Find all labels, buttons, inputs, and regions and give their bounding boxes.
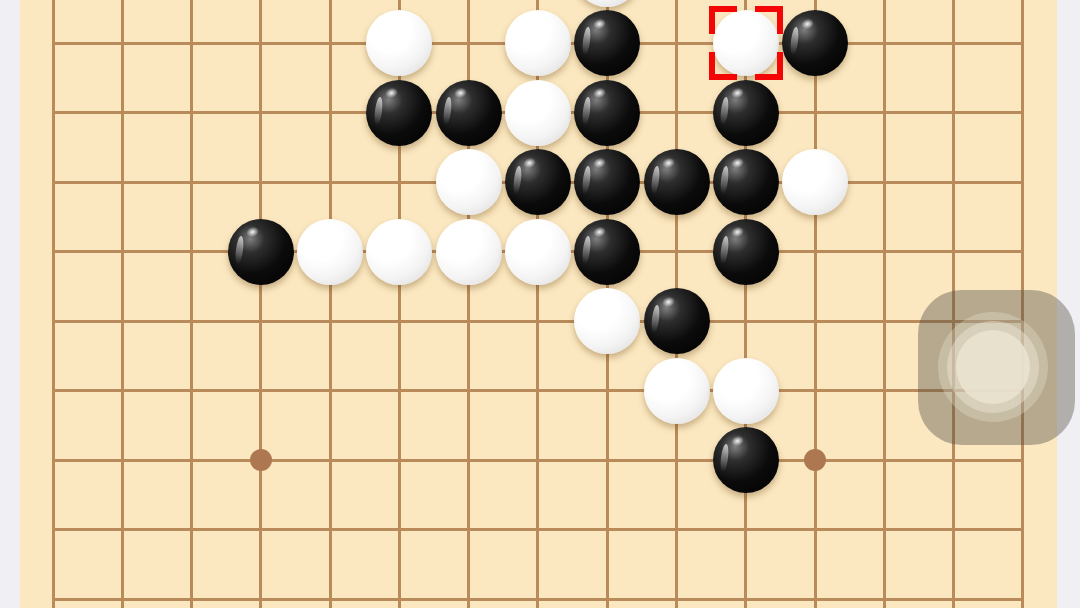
grid-line-horizontal (52, 389, 1025, 392)
black-stone (574, 219, 640, 285)
star-point (250, 449, 272, 471)
white-stone (366, 219, 432, 285)
black-stone (644, 149, 710, 215)
black-stone (436, 80, 502, 146)
grid-line-horizontal (52, 598, 1025, 601)
black-stone (574, 10, 640, 76)
white-stone (782, 149, 848, 215)
black-stone (228, 219, 294, 285)
white-stone (505, 10, 571, 76)
marker-corner-icon (755, 52, 783, 80)
black-stone (713, 149, 779, 215)
white-stone (574, 288, 640, 354)
grid-line-vertical (883, 0, 886, 608)
grid-line-horizontal (52, 459, 1025, 462)
white-stone (366, 10, 432, 76)
white-stone (505, 219, 571, 285)
grid-line-vertical (814, 0, 817, 608)
grid-line-horizontal (52, 320, 1025, 323)
white-stone (436, 219, 502, 285)
magnifier-control[interactable] (918, 290, 1075, 445)
white-stone (713, 358, 779, 424)
side-margin-left (0, 0, 20, 608)
marker-corner-icon (709, 6, 737, 34)
black-stone (713, 80, 779, 146)
black-stone (505, 149, 571, 215)
grid-line-horizontal (52, 528, 1025, 531)
black-stone (574, 80, 640, 146)
game-screen (0, 0, 1080, 608)
black-stone (713, 427, 779, 493)
black-stone (574, 149, 640, 215)
white-stone (505, 80, 571, 146)
grid-line-vertical (190, 0, 193, 608)
last-move-marker (709, 6, 783, 80)
black-stone (782, 10, 848, 76)
grid-line-vertical (259, 0, 262, 608)
grid-line-vertical (121, 0, 124, 608)
grid-line-vertical (329, 0, 332, 608)
black-stone (366, 80, 432, 146)
grid-line-vertical (52, 0, 55, 608)
gomoku-board[interactable] (20, 0, 1057, 608)
marker-corner-icon (755, 6, 783, 34)
black-stone (713, 219, 779, 285)
white-stone (574, 0, 640, 7)
white-stone (644, 358, 710, 424)
white-stone (436, 149, 502, 215)
magnifier-lens-icon (956, 330, 1030, 404)
black-stone (644, 288, 710, 354)
white-stone (297, 219, 363, 285)
star-point (804, 449, 826, 471)
marker-corner-icon (709, 52, 737, 80)
